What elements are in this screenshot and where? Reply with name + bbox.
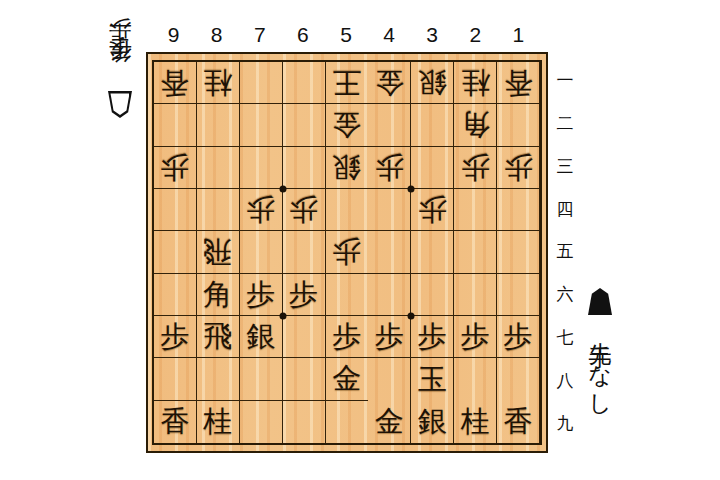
rank-label: 四 <box>552 188 578 231</box>
gote-piece: 王 <box>332 68 361 97</box>
board-cell: 銀 <box>326 147 369 189</box>
board-cell <box>240 62 283 104</box>
file-label: 6 <box>281 22 324 48</box>
gote-piece: 金 <box>375 68 404 97</box>
sente-piece: 玉 <box>418 365 447 394</box>
gote-hand-pieces: 歩二 <box>109 54 132 60</box>
board-cell: 歩 <box>368 316 411 358</box>
board-cell <box>454 358 497 400</box>
sente-piece: 桂 <box>461 407 490 436</box>
board-cell: 歩 <box>497 316 540 358</box>
gote-piece: 歩 <box>461 153 490 182</box>
board-cell <box>240 358 283 400</box>
file-labels: 987654321 <box>152 22 540 48</box>
sente-piece: 銀 <box>418 407 447 436</box>
board-cell <box>283 316 326 358</box>
board-cell: 銀 <box>411 62 454 104</box>
sente-piece: 歩 <box>461 322 490 351</box>
black-shogi-piece-icon <box>588 288 612 315</box>
board-cell <box>197 147 240 189</box>
gote-piece: 歩 <box>289 195 318 224</box>
rank-label: 八 <box>552 359 578 402</box>
star-point <box>279 185 286 192</box>
board-cell <box>368 358 411 400</box>
board-cell <box>197 104 240 146</box>
gote-hand-label: 後手 歩二 <box>102 54 138 118</box>
sente-piece: 歩 <box>332 322 361 351</box>
board-cell <box>283 231 326 273</box>
sente-piece: 桂 <box>203 407 232 436</box>
file-label: 7 <box>238 22 281 48</box>
board-cell: 玉 <box>411 358 454 400</box>
sente-piece: 歩 <box>375 322 404 351</box>
board-cell <box>368 189 411 231</box>
board-cell: 飛 <box>197 231 240 273</box>
sente-piece: 銀 <box>246 322 275 351</box>
gote-piece: 銀 <box>332 153 361 182</box>
board-cell <box>283 358 326 400</box>
board-cell: 歩 <box>240 274 283 316</box>
file-label: 5 <box>324 22 367 48</box>
board-cell: 歩 <box>368 147 411 189</box>
board-cell <box>454 274 497 316</box>
board-cell: 歩 <box>283 189 326 231</box>
board-cell <box>154 189 197 231</box>
rank-label: 七 <box>552 316 578 359</box>
gote-piece: 飛 <box>203 237 232 266</box>
gote-piece: 歩 <box>375 153 404 182</box>
file-label: 3 <box>411 22 454 48</box>
gote-piece: 歩 <box>246 195 275 224</box>
board-cell <box>368 104 411 146</box>
board-cell: 歩 <box>497 147 540 189</box>
rank-label: 二 <box>552 102 578 145</box>
gote-piece: 金 <box>332 110 361 139</box>
board-cell <box>240 104 283 146</box>
sente-piece: 飛 <box>203 322 232 351</box>
board-cell: 歩 <box>411 316 454 358</box>
sente-piece: 歩 <box>418 322 447 351</box>
sente-name: 先手 <box>589 324 612 330</box>
board-cell <box>454 231 497 273</box>
shogi-diagram: 987654321 香桂王金銀桂香金角歩銀歩歩歩歩歩歩飛歩角歩歩歩飛銀歩歩歩歩歩… <box>0 0 720 480</box>
sente-piece: 香 <box>504 407 533 436</box>
board-cell: 銀 <box>240 316 283 358</box>
sente-hand-label: 先手 なし <box>582 288 618 407</box>
rank-labels: 一二三四五六七八九 <box>552 59 578 445</box>
board-cell: 桂 <box>454 401 497 443</box>
board-cell <box>368 274 411 316</box>
board-cell: 歩 <box>154 316 197 358</box>
gote-piece: 銀 <box>418 68 447 97</box>
board-cell: 歩 <box>326 316 369 358</box>
board-cell: 歩 <box>240 189 283 231</box>
board-cell <box>154 358 197 400</box>
board-cell <box>283 147 326 189</box>
board-cell <box>154 104 197 146</box>
file-label: 8 <box>195 22 238 48</box>
board-cell: 歩 <box>454 147 497 189</box>
gote-piece: 桂 <box>461 68 490 97</box>
sente-piece: 角 <box>203 280 232 309</box>
sente-piece: 金 <box>375 407 404 436</box>
board-cell: 香 <box>497 401 540 443</box>
rank-label: 九 <box>552 402 578 445</box>
board-cell <box>497 189 540 231</box>
sente-piece: 歩 <box>160 322 189 351</box>
board-cell <box>197 358 240 400</box>
board-cell: 歩 <box>454 316 497 358</box>
shogi-board: 香桂王金銀桂香金角歩銀歩歩歩歩歩歩飛歩角歩歩歩飛銀歩歩歩歩歩金玉香桂金銀桂香 <box>146 52 548 453</box>
gote-piece: 香 <box>504 68 533 97</box>
rank-label: 五 <box>552 231 578 274</box>
board-cell: 香 <box>497 62 540 104</box>
star-point <box>408 313 415 320</box>
board-cell: 金 <box>326 358 369 400</box>
board-cell: 金 <box>368 401 411 443</box>
board-cell <box>497 358 540 400</box>
board-cell <box>283 62 326 104</box>
board-cell: 飛 <box>197 316 240 358</box>
board-cell: 歩 <box>326 231 369 273</box>
board-cell <box>497 274 540 316</box>
board-cell <box>326 189 369 231</box>
board-cell <box>283 104 326 146</box>
board-cell: 歩 <box>283 274 326 316</box>
board-cell <box>283 401 326 443</box>
board-cell <box>411 274 454 316</box>
board-cell <box>497 231 540 273</box>
board-cell <box>197 189 240 231</box>
board-cell <box>368 231 411 273</box>
star-point <box>279 313 286 320</box>
file-label: 1 <box>497 22 540 48</box>
board-cell <box>411 231 454 273</box>
gote-piece: 歩 <box>332 237 361 266</box>
board-cell <box>154 274 197 316</box>
board-cell: 金 <box>368 62 411 104</box>
board-cell: 歩 <box>154 147 197 189</box>
sente-hand-pieces: なし <box>589 348 612 407</box>
white-shogi-piece-icon <box>108 91 132 118</box>
gote-piece: 角 <box>461 110 490 139</box>
gote-name: 後手 <box>109 76 132 82</box>
sente-piece: 歩 <box>289 280 318 309</box>
board-cell <box>154 231 197 273</box>
board-cell: 香 <box>154 62 197 104</box>
board-cell <box>454 189 497 231</box>
board-cell <box>497 104 540 146</box>
board-cell <box>411 147 454 189</box>
board-grid: 香桂王金銀桂香金角歩銀歩歩歩歩歩歩飛歩角歩歩歩飛銀歩歩歩歩歩金玉香桂金銀桂香 <box>152 60 542 445</box>
board-cell: 王 <box>326 62 369 104</box>
sente-piece: 歩 <box>504 322 533 351</box>
board-cell <box>326 401 369 443</box>
star-point <box>408 185 415 192</box>
board-cell: 桂 <box>454 62 497 104</box>
board-cell <box>240 147 283 189</box>
board-cell: 香 <box>154 401 197 443</box>
board-cell: 金 <box>326 104 369 146</box>
board-cell <box>411 104 454 146</box>
sente-piece: 歩 <box>246 280 275 309</box>
board-cell <box>240 231 283 273</box>
board-cell: 角 <box>197 274 240 316</box>
board-cell: 桂 <box>197 401 240 443</box>
rank-label: 三 <box>552 145 578 188</box>
sente-piece: 金 <box>332 364 361 393</box>
sente-piece: 香 <box>160 407 189 436</box>
board-cell: 銀 <box>411 401 454 443</box>
gote-piece: 歩 <box>418 195 447 224</box>
board-cell <box>326 274 369 316</box>
board-cell: 桂 <box>197 62 240 104</box>
gote-piece: 桂 <box>203 68 232 97</box>
board-cell: 角 <box>454 104 497 146</box>
file-label: 4 <box>368 22 411 48</box>
rank-label: 一 <box>552 59 578 102</box>
gote-piece: 香 <box>160 68 189 97</box>
board-cell <box>240 401 283 443</box>
file-label: 2 <box>454 22 497 48</box>
rank-label: 六 <box>552 273 578 316</box>
file-label: 9 <box>152 22 195 48</box>
gote-piece: 歩 <box>504 153 533 182</box>
gote-piece: 歩 <box>160 153 189 182</box>
board-cell: 歩 <box>411 189 454 231</box>
